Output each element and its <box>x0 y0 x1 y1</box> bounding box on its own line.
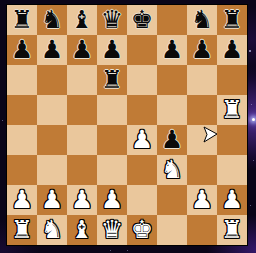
piece-black-bishop[interactable]: ♝ <box>67 5 97 35</box>
piece-black-pawn[interactable]: ♟ <box>7 35 37 65</box>
piece-white-knight[interactable]: ♞ <box>37 215 67 245</box>
square-c1[interactable]: ♝ <box>67 215 97 245</box>
piece-white-pawn[interactable]: ♟ <box>187 185 217 215</box>
square-f8[interactable] <box>157 5 187 35</box>
square-h1[interactable]: ♜ <box>217 215 247 245</box>
piece-black-pawn[interactable]: ♟ <box>157 35 187 65</box>
square-f7[interactable]: ♟ <box>157 35 187 65</box>
piece-black-pawn[interactable]: ♟ <box>217 35 247 65</box>
square-b7[interactable]: ♟ <box>37 35 67 65</box>
square-e6[interactable] <box>127 65 157 95</box>
star <box>253 160 254 161</box>
chess-app-window: ♜♞♝♛♚♞♜♟♟♟♟♟♟♟♜♜♟♟♞♟♟♟♟♟♟♜♞♝♛♚♜ <box>0 0 256 253</box>
square-g1[interactable] <box>187 215 217 245</box>
square-g6[interactable] <box>187 65 217 95</box>
square-c3[interactable] <box>67 155 97 185</box>
star <box>110 250 111 251</box>
square-c6[interactable] <box>67 65 97 95</box>
piece-white-king[interactable]: ♚ <box>127 215 157 245</box>
square-d3[interactable] <box>97 155 127 185</box>
piece-black-rook[interactable]: ♜ <box>97 65 127 95</box>
square-b4[interactable] <box>37 125 67 155</box>
piece-white-rook[interactable]: ♜ <box>217 215 247 245</box>
piece-white-knight[interactable]: ♞ <box>157 155 187 185</box>
piece-white-pawn[interactable]: ♟ <box>217 185 247 215</box>
piece-black-pawn[interactable]: ♟ <box>157 125 187 155</box>
square-a7[interactable]: ♟ <box>7 35 37 65</box>
piece-white-bishop[interactable]: ♝ <box>67 215 97 245</box>
piece-black-knight[interactable]: ♞ <box>37 5 67 35</box>
square-f4[interactable]: ♟ <box>157 125 187 155</box>
square-c2[interactable]: ♟ <box>67 185 97 215</box>
square-a8[interactable]: ♜ <box>7 5 37 35</box>
piece-black-rook[interactable]: ♜ <box>217 5 247 35</box>
square-d7[interactable]: ♟ <box>97 35 127 65</box>
piece-black-pawn[interactable]: ♟ <box>67 35 97 65</box>
square-a6[interactable] <box>7 65 37 95</box>
square-d8[interactable]: ♛ <box>97 5 127 35</box>
square-g8[interactable]: ♞ <box>187 5 217 35</box>
piece-black-queen[interactable]: ♛ <box>97 5 127 35</box>
square-d5[interactable] <box>97 95 127 125</box>
square-h2[interactable]: ♟ <box>217 185 247 215</box>
square-e7[interactable] <box>127 35 157 65</box>
piece-black-pawn[interactable]: ♟ <box>37 35 67 65</box>
piece-white-pawn[interactable]: ♟ <box>7 185 37 215</box>
star <box>127 250 128 251</box>
star <box>2 120 3 121</box>
square-c8[interactable]: ♝ <box>67 5 97 35</box>
square-d1[interactable]: ♛ <box>97 215 127 245</box>
piece-white-rook[interactable]: ♜ <box>7 215 37 245</box>
square-e5[interactable] <box>127 95 157 125</box>
square-c7[interactable]: ♟ <box>67 35 97 65</box>
square-c5[interactable] <box>67 95 97 125</box>
square-e1[interactable]: ♚ <box>127 215 157 245</box>
square-b6[interactable] <box>37 65 67 95</box>
square-e3[interactable] <box>127 155 157 185</box>
square-a2[interactable]: ♟ <box>7 185 37 215</box>
star <box>252 118 255 121</box>
piece-black-rook[interactable]: ♜ <box>7 5 37 35</box>
square-a5[interactable] <box>7 95 37 125</box>
piece-white-rook[interactable]: ♜ <box>217 95 247 125</box>
square-h8[interactable]: ♜ <box>217 5 247 35</box>
square-d6[interactable]: ♜ <box>97 65 127 95</box>
star <box>249 50 251 52</box>
square-g5[interactable] <box>187 95 217 125</box>
square-c4[interactable] <box>67 125 97 155</box>
piece-white-pawn[interactable]: ♟ <box>127 125 157 155</box>
square-b3[interactable] <box>37 155 67 185</box>
square-e2[interactable] <box>127 185 157 215</box>
mouse-cursor-icon <box>203 126 219 144</box>
square-b2[interactable]: ♟ <box>37 185 67 215</box>
square-e4[interactable]: ♟ <box>127 125 157 155</box>
square-h3[interactable] <box>217 155 247 185</box>
square-b1[interactable]: ♞ <box>37 215 67 245</box>
square-h6[interactable] <box>217 65 247 95</box>
square-h7[interactable]: ♟ <box>217 35 247 65</box>
square-d4[interactable] <box>97 125 127 155</box>
star <box>250 205 251 206</box>
piece-white-pawn[interactable]: ♟ <box>37 185 67 215</box>
square-b5[interactable] <box>37 95 67 125</box>
chess-board: ♜♞♝♛♚♞♜♟♟♟♟♟♟♟♜♜♟♟♞♟♟♟♟♟♟♜♞♝♛♚♜ <box>6 4 248 246</box>
piece-black-pawn[interactable]: ♟ <box>97 35 127 65</box>
square-g7[interactable]: ♟ <box>187 35 217 65</box>
square-a1[interactable]: ♜ <box>7 215 37 245</box>
square-g2[interactable]: ♟ <box>187 185 217 215</box>
piece-white-pawn[interactable]: ♟ <box>97 185 127 215</box>
square-f3[interactable]: ♞ <box>157 155 187 185</box>
square-f1[interactable] <box>157 215 187 245</box>
square-a3[interactable] <box>7 155 37 185</box>
square-f2[interactable] <box>157 185 187 215</box>
square-b8[interactable]: ♞ <box>37 5 67 35</box>
square-g3[interactable] <box>187 155 217 185</box>
piece-black-pawn[interactable]: ♟ <box>187 35 217 65</box>
square-f6[interactable] <box>157 65 187 95</box>
square-f5[interactable] <box>157 95 187 125</box>
piece-black-king[interactable]: ♚ <box>127 5 157 35</box>
piece-black-knight[interactable]: ♞ <box>187 5 217 35</box>
square-h4[interactable] <box>217 125 247 155</box>
square-h5[interactable]: ♜ <box>217 95 247 125</box>
piece-white-pawn[interactable]: ♟ <box>67 185 97 215</box>
star <box>251 104 252 105</box>
square-a4[interactable] <box>7 125 37 155</box>
square-e8[interactable]: ♚ <box>127 5 157 35</box>
piece-white-queen[interactable]: ♛ <box>97 215 127 245</box>
square-d2[interactable]: ♟ <box>97 185 127 215</box>
